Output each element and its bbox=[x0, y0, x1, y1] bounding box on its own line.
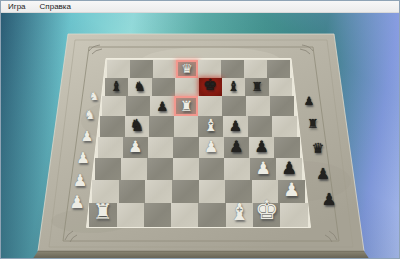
piece-b-p-f5[interactable]: ♟ bbox=[225, 119, 245, 133]
square-c5[interactable] bbox=[149, 116, 174, 137]
piece-b-b-a7[interactable]: ♝ bbox=[107, 80, 126, 94]
piece-b-b-f7[interactable]: ♝ bbox=[224, 80, 243, 94]
piece-w-k-g1[interactable]: ♚ bbox=[248, 197, 285, 223]
piece-b-p-c6[interactable]: ♟ bbox=[153, 100, 171, 113]
square-h8[interactable] bbox=[267, 60, 290, 78]
square-d3[interactable] bbox=[173, 158, 199, 180]
piece-b-k-e7[interactable]: ♚ bbox=[200, 78, 222, 93]
square-e6[interactable] bbox=[198, 96, 222, 116]
square-h5[interactable] bbox=[272, 116, 297, 137]
square-b8[interactable] bbox=[130, 60, 153, 78]
square-e1[interactable] bbox=[198, 203, 225, 227]
square-c7[interactable] bbox=[152, 78, 175, 96]
menu-bar: Игра Справка bbox=[1, 1, 399, 13]
piece-w-p-b4[interactable]: ♟ bbox=[124, 139, 146, 155]
piece-w-b-e5[interactable]: ♝ bbox=[199, 117, 222, 134]
piece-b-n-b7[interactable]: ♞ bbox=[130, 80, 149, 94]
square-e3[interactable] bbox=[199, 158, 225, 180]
captured-white-p-5: ♟ bbox=[65, 194, 90, 212]
captured-white-n-0: ♞ bbox=[86, 91, 102, 103]
piece-b-p-f4[interactable]: ♟ bbox=[225, 139, 247, 155]
square-g8[interactable] bbox=[244, 60, 267, 78]
menu-help[interactable]: Справка bbox=[33, 1, 78, 12]
square-h7[interactable] bbox=[269, 78, 292, 96]
square-c2[interactable] bbox=[145, 180, 172, 203]
board-row-rank-8 bbox=[107, 60, 290, 78]
square-h6[interactable] bbox=[270, 96, 294, 116]
square-c4[interactable] bbox=[148, 137, 173, 158]
square-d1[interactable] bbox=[171, 203, 198, 227]
square-a8[interactable] bbox=[107, 60, 130, 78]
square-g5[interactable] bbox=[248, 116, 273, 137]
square-g6[interactable] bbox=[246, 96, 270, 116]
square-a4[interactable] bbox=[98, 137, 123, 158]
board-row-rank-6 bbox=[102, 96, 294, 116]
square-h4[interactable] bbox=[274, 137, 299, 158]
captured-black-p-0: ♟ bbox=[301, 96, 317, 108]
square-d7[interactable] bbox=[175, 78, 198, 96]
captured-white-p-4: ♟ bbox=[69, 173, 92, 189]
square-b3[interactable] bbox=[121, 158, 147, 180]
piece-b-r-g7[interactable]: ♜ bbox=[248, 81, 266, 94]
square-f6[interactable] bbox=[222, 96, 246, 116]
square-d2[interactable] bbox=[172, 180, 199, 203]
captured-white-n-1: ♞ bbox=[81, 109, 99, 122]
square-a3[interactable] bbox=[95, 158, 121, 180]
piece-b-p-g4[interactable]: ♟ bbox=[251, 139, 273, 155]
piece-w-r-d6[interactable]: ♜ bbox=[177, 99, 197, 113]
captured-white-p-3: ♟ bbox=[72, 151, 93, 166]
square-d5[interactable] bbox=[174, 116, 199, 137]
square-a6[interactable] bbox=[102, 96, 126, 116]
piece-w-r-a1[interactable]: ♜ bbox=[88, 201, 119, 223]
square-c3[interactable] bbox=[147, 158, 173, 180]
captured-white-p-2: ♟ bbox=[77, 130, 96, 144]
square-c8[interactable] bbox=[153, 60, 176, 78]
captured-black-q-2: ♛ bbox=[308, 142, 327, 156]
piece-w-p-e4[interactable]: ♟ bbox=[200, 139, 222, 155]
piece-b-n-b5[interactable]: ♞ bbox=[125, 117, 148, 134]
captured-black-p-4: ♟ bbox=[318, 192, 341, 208]
square-b6[interactable] bbox=[126, 96, 150, 116]
square-a5[interactable] bbox=[100, 116, 125, 137]
square-b2[interactable] bbox=[119, 180, 146, 203]
square-d4[interactable] bbox=[173, 137, 198, 158]
piece-w-q-d8[interactable]: ♛ bbox=[178, 63, 196, 76]
square-f8[interactable] bbox=[221, 60, 244, 78]
square-f3[interactable] bbox=[224, 158, 250, 180]
chess-titans-window: Игра Справка bbox=[0, 0, 400, 259]
captured-black-p-3: ♟ bbox=[312, 167, 333, 182]
menu-game[interactable]: Игра bbox=[1, 1, 33, 12]
piece-b-p-h3[interactable]: ♟ bbox=[277, 160, 301, 177]
piece-w-p-g3[interactable]: ♟ bbox=[251, 160, 275, 177]
square-c1[interactable] bbox=[144, 203, 171, 227]
square-e2[interactable] bbox=[199, 180, 226, 203]
square-b1[interactable] bbox=[117, 203, 144, 227]
captured-black-r-1: ♜ bbox=[304, 118, 322, 131]
